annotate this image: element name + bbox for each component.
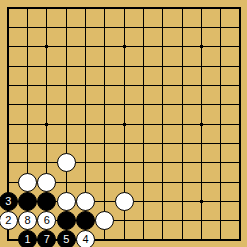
grid-line-v	[182, 7, 183, 241]
white-stone	[95, 211, 114, 230]
white-stone	[57, 153, 76, 172]
go-board-diagram: 32861754	[0, 0, 247, 247]
star-point	[123, 123, 126, 126]
white-stone	[115, 192, 134, 211]
grid-line-v	[239, 7, 241, 241]
star-point	[200, 45, 203, 48]
grid-line-v	[162, 7, 163, 241]
grid-line-v	[143, 7, 144, 241]
grid-line-v	[220, 7, 221, 241]
white-stone: 8	[18, 211, 37, 230]
star-point	[200, 123, 203, 126]
black-stone: 1	[18, 230, 37, 247]
white-stone	[37, 173, 56, 192]
move-number: 2	[5, 215, 11, 226]
white-stone	[76, 192, 95, 211]
star-point	[45, 123, 48, 126]
white-stone: 4	[76, 230, 95, 247]
black-stone	[76, 211, 95, 230]
star-point	[123, 45, 126, 48]
move-number: 6	[44, 215, 50, 226]
white-stone	[18, 173, 37, 192]
move-number: 4	[82, 234, 88, 245]
black-stone: 7	[37, 230, 56, 247]
white-stone: 6	[37, 211, 56, 230]
move-number: 5	[63, 234, 69, 245]
black-stone: 5	[57, 230, 76, 247]
black-stone: 3	[0, 192, 18, 211]
move-number: 3	[5, 196, 11, 207]
star-point	[45, 45, 48, 48]
white-stone: 2	[0, 211, 18, 230]
black-stone	[18, 192, 37, 211]
move-number: 7	[44, 234, 50, 245]
move-number: 1	[25, 234, 31, 245]
grid-line-h	[7, 162, 241, 163]
move-number: 8	[25, 215, 31, 226]
white-stone	[57, 192, 76, 211]
black-stone	[57, 211, 76, 230]
grid-line-h	[7, 143, 241, 144]
black-stone	[37, 192, 56, 211]
star-point	[200, 200, 203, 203]
